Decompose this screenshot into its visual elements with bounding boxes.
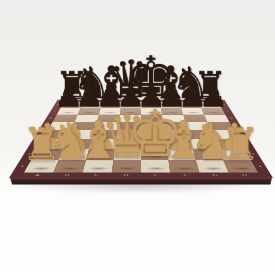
piece-shadow [231,167,253,170]
piece-shadow [202,167,223,170]
chess-set-photo: ♜♞♝♛♚♝♞♜♟♟♟♟♟♟♟♟♟♟♟♟♟♟♟♟♜♞♝♛♚♝♞♜ ABCDEFG… [0,0,275,275]
square-h1: ♜ [223,160,258,173]
piece-shadow [30,167,52,170]
board-grid: ♜♞♝♛♚♝♞♜♟♟♟♟♟♟♟♟♟♟♟♟♟♟♟♟♜♞♝♛♚♝♞♜ [24,102,258,173]
piece-shadow [88,167,109,170]
piece-shadow [174,167,195,170]
piece-white-rook: ♜ [220,122,260,166]
board-side-edge [9,177,273,185]
piece-shadow [116,167,136,170]
piece-shadow [145,167,165,170]
piece-shadow [59,167,80,170]
piece-black-pawn: ♟ [199,79,228,111]
